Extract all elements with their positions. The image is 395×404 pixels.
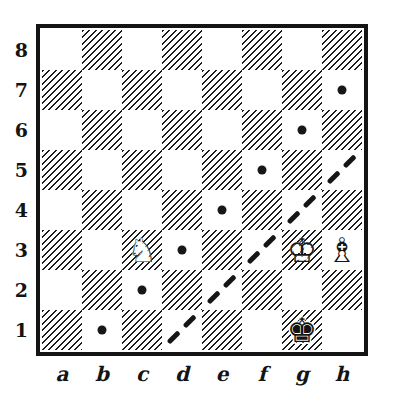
square-g1: ♚ [282, 310, 322, 350]
square-g6 [282, 110, 322, 150]
file-label-b: b [82, 360, 122, 388]
rank-label-5: 5 [6, 150, 30, 190]
square-b3 [82, 230, 122, 270]
file-label-d: d [162, 360, 202, 388]
square-h7 [322, 70, 362, 110]
move-dash-h5 [327, 170, 341, 184]
square-d5 [162, 150, 202, 190]
square-e1 [202, 310, 242, 350]
square-h1 [322, 310, 362, 350]
square-f1 [242, 310, 282, 350]
square-b1 [82, 310, 122, 350]
rank-label-3: 3 [6, 230, 30, 270]
square-e8 [202, 30, 242, 70]
rank-label-2: 2 [6, 270, 30, 310]
file-labels: abcdefgh [42, 360, 362, 388]
move-dash-d1 [183, 314, 197, 328]
white-king: ♚♔ [282, 230, 322, 270]
square-c4 [122, 190, 162, 230]
square-a5 [42, 150, 82, 190]
square-b6 [82, 110, 122, 150]
square-c7 [122, 70, 162, 110]
move-dash-h5 [343, 154, 357, 168]
move-dot-g6 [298, 126, 307, 135]
square-d8 [162, 30, 202, 70]
move-dash-g4 [287, 210, 301, 224]
square-h6 [322, 110, 362, 150]
square-f3 [242, 230, 282, 270]
square-e5 [202, 150, 242, 190]
move-dot-e4 [218, 206, 227, 215]
square-c1 [122, 310, 162, 350]
move-dash-d1 [167, 330, 181, 344]
move-dash-e2 [207, 290, 221, 304]
square-d4 [162, 190, 202, 230]
white-king-glyph: ♔ [287, 230, 317, 270]
file-label-c: c [122, 360, 162, 388]
white-knight: ♞♘ [122, 230, 162, 270]
square-a7 [42, 70, 82, 110]
square-d6 [162, 110, 202, 150]
white-bishop-glyph: ♗ [327, 230, 357, 270]
square-g3: ♚♔ [282, 230, 322, 270]
square-e4 [202, 190, 242, 230]
square-g2 [282, 270, 322, 310]
black-king: ♚ [282, 310, 322, 350]
rank-label-6: 6 [6, 110, 30, 150]
white-bishop: ♝♗ [322, 230, 362, 270]
square-g4 [282, 190, 322, 230]
move-dash-f3 [247, 250, 261, 264]
square-e3 [202, 230, 242, 270]
move-dot-b1 [98, 326, 107, 335]
square-b2 [82, 270, 122, 310]
file-label-f: f [242, 360, 282, 388]
square-h5 [322, 150, 362, 190]
square-c6 [122, 110, 162, 150]
square-a6 [42, 110, 82, 150]
square-f7 [242, 70, 282, 110]
move-dot-c2 [138, 286, 147, 295]
square-g7 [282, 70, 322, 110]
square-c5 [122, 150, 162, 190]
square-a2 [42, 270, 82, 310]
square-e7 [202, 70, 242, 110]
square-c8 [122, 30, 162, 70]
move-dot-h7 [338, 86, 347, 95]
move-dash-e2 [223, 274, 237, 288]
rank-label-8: 8 [6, 30, 30, 70]
rank-label-7: 7 [6, 70, 30, 110]
square-f4 [242, 190, 282, 230]
file-label-g: g [282, 360, 322, 388]
white-knight-glyph: ♘ [127, 230, 157, 270]
chess-diagram-page: 87654321 ♞♘♚♔♝♗♚ abcdefgh [0, 0, 395, 404]
move-dash-g4 [303, 194, 317, 208]
square-f8 [242, 30, 282, 70]
square-h2 [322, 270, 362, 310]
file-label-a: a [42, 360, 82, 388]
file-label-e: e [202, 360, 242, 388]
square-d7 [162, 70, 202, 110]
square-b4 [82, 190, 122, 230]
square-b8 [82, 30, 122, 70]
rank-labels: 87654321 [6, 30, 30, 350]
square-f5 [242, 150, 282, 190]
move-dot-f5 [258, 166, 267, 175]
square-h3: ♝♗ [322, 230, 362, 270]
rank-label-4: 4 [6, 190, 30, 230]
square-c2 [122, 270, 162, 310]
move-dash-f3 [263, 234, 277, 248]
square-b7 [82, 70, 122, 110]
square-a4 [42, 190, 82, 230]
square-d2 [162, 270, 202, 310]
square-e6 [202, 110, 242, 150]
square-g8 [282, 30, 322, 70]
square-g5 [282, 150, 322, 190]
square-a8 [42, 30, 82, 70]
square-c3: ♞♘ [122, 230, 162, 270]
move-dot-d3 [178, 246, 187, 255]
square-e2 [202, 270, 242, 310]
file-label-h: h [322, 360, 362, 388]
square-d3 [162, 230, 202, 270]
square-h4 [322, 190, 362, 230]
rank-label-1: 1 [6, 310, 30, 350]
square-a1 [42, 310, 82, 350]
black-king-glyph: ♚ [287, 310, 317, 350]
chess-board: ♞♘♚♔♝♗♚ [36, 24, 368, 356]
square-b5 [82, 150, 122, 190]
square-f6 [242, 110, 282, 150]
square-d1 [162, 310, 202, 350]
square-f2 [242, 270, 282, 310]
square-a3 [42, 230, 82, 270]
square-h8 [322, 30, 362, 70]
